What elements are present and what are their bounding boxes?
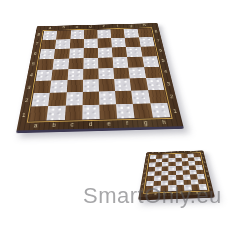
square-a5: [38, 59, 54, 70]
square-h7: [139, 37, 155, 47]
square-c1: [161, 186, 169, 192]
square-b6: [54, 48, 69, 58]
square-f5: [113, 57, 129, 68]
square-e1: [99, 104, 117, 119]
coord-label: c: [160, 193, 168, 196]
square-b8: [56, 30, 70, 39]
square-f1: [116, 104, 135, 119]
square-a4: [36, 69, 53, 81]
square-c5: [68, 58, 83, 69]
coord-label: f: [118, 120, 137, 128]
coord-label: e: [176, 192, 185, 195]
square-e3: [99, 79, 116, 92]
square-f3: [114, 79, 131, 92]
square-b2: [49, 93, 67, 107]
square-h3: [146, 78, 164, 91]
square-h5: [142, 56, 159, 67]
small-square-grid: [145, 153, 207, 192]
square-b5: [53, 58, 69, 69]
square-h8: [137, 28, 152, 37]
square-d4: [83, 68, 99, 80]
square-h6: [140, 46, 156, 56]
square-d8: [84, 30, 98, 39]
square-d3: [83, 79, 99, 92]
coord-label: e: [100, 120, 119, 128]
coord-label: c: [63, 121, 82, 129]
square-f4: [113, 67, 130, 79]
square-d7: [84, 38, 98, 48]
square-c6: [69, 48, 84, 58]
coord-label: b: [44, 122, 63, 130]
square-a3: [34, 81, 52, 94]
square-e4: [98, 68, 114, 80]
square-b1: [47, 106, 66, 121]
square-e6: [98, 47, 113, 57]
square-b3: [50, 80, 67, 93]
square-f6: [112, 47, 127, 57]
square-f8: [111, 29, 125, 38]
coord-label: h: [154, 119, 174, 127]
small-playing-field: [143, 152, 209, 193]
coord-label: h: [201, 191, 210, 194]
main-chessboard-frame: abcdefgh abcdefgh 87654321 87654321: [16, 23, 184, 133]
square-e2: [99, 91, 116, 105]
square-h1: [198, 184, 207, 190]
square-d2: [82, 92, 99, 106]
square-c3: [66, 80, 83, 93]
square-e5: [98, 57, 113, 68]
square-e8: [97, 29, 111, 38]
coord-label: a: [26, 122, 45, 130]
square-a7: [41, 40, 56, 50]
square-d5: [83, 58, 98, 69]
square-a6: [40, 49, 56, 59]
square-a2: [32, 93, 50, 107]
square-f7: [111, 38, 126, 48]
square-a8: [43, 31, 58, 40]
main-square-grid: [29, 28, 170, 120]
square-h1: [150, 103, 170, 118]
main-playing-field: [27, 27, 172, 122]
square-a1: [29, 106, 48, 121]
small-chessboard-frame: abcdefgh abcdefgh 87654321 87654321: [138, 150, 215, 200]
square-b4: [52, 69, 68, 81]
square-b7: [55, 39, 70, 49]
square-c2: [65, 92, 82, 106]
square-c1: [64, 105, 82, 120]
square-h2: [148, 90, 167, 104]
square-d6: [83, 48, 98, 58]
coord-label: d: [168, 193, 176, 196]
product-photo-scene: abcdefgh abcdefgh 87654321 87654321 abcd…: [0, 0, 228, 228]
square-d1: [82, 105, 100, 120]
square-h4: [144, 67, 162, 79]
coord-label: g: [136, 119, 156, 127]
square-c8: [70, 30, 84, 39]
square-c7: [69, 39, 83, 49]
square-c4: [67, 69, 83, 81]
coord-label: d: [81, 121, 100, 129]
small-chessboard: abcdefgh abcdefgh 87654321 87654321: [138, 150, 215, 200]
square-f2: [115, 91, 133, 105]
coord-label: b: [151, 193, 160, 196]
main-chessboard: abcdefgh abcdefgh 87654321 87654321: [16, 23, 184, 133]
square-e7: [98, 38, 112, 48]
